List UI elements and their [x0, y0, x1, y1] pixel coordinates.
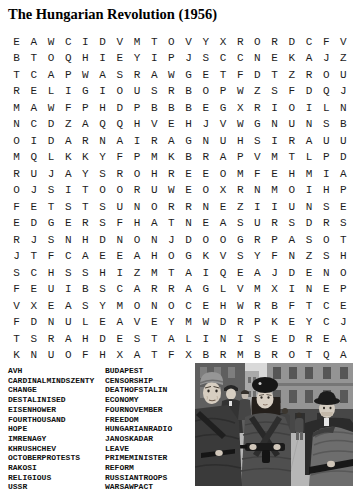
grid-cell[interactable]: O [197, 183, 214, 200]
grid-cell[interactable]: Q [25, 150, 42, 167]
grid-cell[interactable]: N [283, 249, 300, 266]
grid-cell[interactable]: Q [94, 117, 111, 134]
grid-cell[interactable]: C [25, 67, 42, 84]
grid-cell[interactable]: O [283, 100, 300, 117]
grid-cell[interactable]: T [283, 150, 300, 167]
grid-cell[interactable]: R [8, 166, 25, 183]
grid-cell[interactable]: C [25, 265, 42, 282]
grid-cell[interactable]: S [25, 331, 42, 348]
grid-cell[interactable]: T [77, 199, 94, 216]
grid-cell[interactable]: R [300, 331, 317, 348]
grid-cell[interactable]: R [128, 183, 145, 200]
grid-cell[interactable]: N [25, 348, 42, 365]
grid-cell[interactable]: N [266, 117, 283, 134]
grid-cell[interactable]: E [42, 298, 59, 315]
grid-cell[interactable]: A [25, 34, 42, 51]
grid-cell[interactable]: P [318, 150, 335, 167]
grid-cell[interactable]: T [25, 51, 42, 68]
grid-cell[interactable]: O [111, 183, 128, 200]
grid-cell[interactable]: X [111, 348, 128, 365]
grid-cell[interactable]: V [214, 117, 231, 134]
grid-cell[interactable]: E [94, 315, 111, 332]
grid-cell[interactable]: J [318, 51, 335, 68]
grid-cell[interactable]: T [42, 199, 59, 216]
grid-cell[interactable]: M [180, 315, 197, 332]
grid-cell[interactable]: O [146, 199, 163, 216]
grid-cell[interactable]: H [146, 249, 163, 266]
grid-cell[interactable]: E [232, 265, 249, 282]
grid-cell[interactable]: R [249, 100, 266, 117]
grid-cell[interactable]: A [163, 331, 180, 348]
grid-cell[interactable]: R [77, 216, 94, 233]
grid-cell[interactable]: E [111, 331, 128, 348]
grid-cell[interactable]: A [60, 166, 77, 183]
grid-cell[interactable]: P [266, 232, 283, 249]
grid-cell[interactable]: B [335, 117, 352, 134]
grid-cell[interactable]: O [214, 166, 231, 183]
grid-cell[interactable]: E [197, 100, 214, 117]
grid-cell[interactable]: G [77, 84, 94, 101]
grid-cell[interactable]: A [300, 133, 317, 150]
grid-cell[interactable]: G [42, 216, 59, 233]
grid-cell[interactable]: O [214, 232, 231, 249]
grid-cell[interactable]: K [163, 150, 180, 167]
grid-cell[interactable]: O [60, 348, 77, 365]
grid-cell[interactable]: O [128, 232, 145, 249]
grid-cell[interactable]: V [249, 150, 266, 167]
grid-cell[interactable]: W [232, 84, 249, 101]
grid-cell[interactable]: N [318, 265, 335, 282]
grid-cell[interactable]: L [180, 331, 197, 348]
grid-cell[interactable]: S [128, 331, 145, 348]
grid-cell[interactable]: A [25, 100, 42, 117]
grid-cell[interactable]: S [232, 216, 249, 233]
grid-cell[interactable]: U [25, 166, 42, 183]
grid-cell[interactable]: X [232, 100, 249, 117]
grid-cell[interactable]: N [146, 298, 163, 315]
grid-cell[interactable]: D [283, 265, 300, 282]
grid-cell[interactable]: W [197, 315, 214, 332]
grid-cell[interactable]: B [180, 150, 197, 167]
grid-cell[interactable]: U [335, 67, 352, 84]
grid-cell[interactable]: S [8, 265, 25, 282]
grid-cell[interactable]: A [146, 216, 163, 233]
grid-cell[interactable]: F [111, 150, 128, 167]
grid-cell[interactable]: R [128, 67, 145, 84]
grid-cell[interactable]: K [8, 348, 25, 365]
grid-cell[interactable]: Q [60, 51, 77, 68]
grid-cell[interactable]: P [232, 150, 249, 167]
grid-cell[interactable]: D [25, 315, 42, 332]
grid-cell[interactable]: C [214, 51, 231, 68]
grid-cell[interactable]: J [42, 166, 59, 183]
grid-cell[interactable]: E [266, 51, 283, 68]
grid-cell[interactable]: J [8, 249, 25, 266]
grid-cell[interactable]: N [128, 199, 145, 216]
grid-cell[interactable]: R [42, 331, 59, 348]
grid-cell[interactable]: I [266, 133, 283, 150]
grid-cell[interactable]: Z [60, 117, 77, 134]
grid-cell[interactable]: I [300, 100, 317, 117]
grid-cell[interactable]: E [266, 331, 283, 348]
grid-cell[interactable]: A [163, 133, 180, 150]
grid-cell[interactable]: R [8, 232, 25, 249]
grid-cell[interactable]: G [232, 232, 249, 249]
grid-cell[interactable]: Y [197, 34, 214, 51]
grid-cell[interactable]: U [249, 216, 266, 233]
grid-cell[interactable]: E [335, 199, 352, 216]
grid-cell[interactable]: D [94, 232, 111, 249]
grid-cell[interactable]: S [232, 249, 249, 266]
grid-cell[interactable]: Z [249, 84, 266, 101]
grid-cell[interactable]: W [77, 67, 94, 84]
grid-cell[interactable]: P [60, 67, 77, 84]
grid-cell[interactable]: T [25, 249, 42, 266]
grid-cell[interactable]: U [318, 133, 335, 150]
grid-cell[interactable]: F [283, 84, 300, 101]
grid-cell[interactable]: D [111, 100, 128, 117]
grid-cell[interactable]: E [197, 166, 214, 183]
grid-cell[interactable]: A [128, 348, 145, 365]
grid-cell[interactable]: O [283, 183, 300, 200]
grid-cell[interactable]: T [335, 232, 352, 249]
grid-cell[interactable]: T [266, 67, 283, 84]
grid-cell[interactable]: V [8, 298, 25, 315]
grid-cell[interactable]: U [335, 133, 352, 150]
grid-cell[interactable]: O [8, 183, 25, 200]
grid-cell[interactable]: O [335, 265, 352, 282]
grid-cell[interactable]: H [77, 232, 94, 249]
grid-cell[interactable]: T [77, 183, 94, 200]
grid-cell[interactable]: F [8, 199, 25, 216]
grid-cell[interactable]: B [8, 51, 25, 68]
grid-cell[interactable]: A [128, 249, 145, 266]
grid-cell[interactable]: A [128, 282, 145, 299]
grid-cell[interactable]: S [94, 166, 111, 183]
grid-cell[interactable]: J [163, 232, 180, 249]
grid-cell[interactable]: I [60, 282, 77, 299]
grid-cell[interactable]: I [77, 34, 94, 51]
grid-cell[interactable]: A [111, 133, 128, 150]
grid-cell[interactable]: J [197, 117, 214, 134]
grid-cell[interactable]: U [283, 117, 300, 134]
grid-cell[interactable]: D [25, 216, 42, 233]
grid-cell[interactable]: D [42, 133, 59, 150]
grid-cell[interactable]: O [318, 232, 335, 249]
grid-cell[interactable]: E [318, 282, 335, 299]
grid-cell[interactable]: M [8, 150, 25, 167]
grid-cell[interactable]: A [111, 315, 128, 332]
grid-cell[interactable]: D [42, 117, 59, 134]
grid-cell[interactable]: I [249, 199, 266, 216]
grid-cell[interactable]: V [214, 249, 231, 266]
grid-cell[interactable]: W [163, 67, 180, 84]
grid-cell[interactable]: K [77, 150, 94, 167]
grid-cell[interactable]: F [77, 348, 94, 365]
grid-cell[interactable]: S [146, 84, 163, 101]
grid-cell[interactable]: I [197, 265, 214, 282]
grid-cell[interactable]: R [318, 216, 335, 233]
grid-cell[interactable]: A [146, 67, 163, 84]
grid-cell[interactable]: U [60, 315, 77, 332]
grid-cell[interactable]: C [180, 298, 197, 315]
grid-cell[interactable]: E [266, 166, 283, 183]
grid-cell[interactable]: D [335, 150, 352, 167]
grid-cell[interactable]: T [214, 67, 231, 84]
grid-cell[interactable]: E [8, 34, 25, 51]
grid-cell[interactable]: S [318, 117, 335, 134]
grid-cell[interactable]: N [197, 133, 214, 150]
grid-cell[interactable]: W [232, 117, 249, 134]
grid-cell[interactable]: F [318, 34, 335, 51]
grid-cell[interactable]: C [232, 51, 249, 68]
grid-cell[interactable]: R [8, 84, 25, 101]
grid-cell[interactable]: N [335, 100, 352, 117]
grid-cell[interactable]: E [318, 331, 335, 348]
grid-cell[interactable]: K [283, 51, 300, 68]
grid-cell[interactable]: O [283, 348, 300, 365]
grid-cell[interactable]: D [283, 34, 300, 51]
grid-cell[interactable]: A [77, 249, 94, 266]
grid-cell[interactable]: U [214, 133, 231, 150]
grid-cell[interactable]: K [197, 249, 214, 266]
grid-cell[interactable]: B [146, 100, 163, 117]
grid-cell[interactable]: R [232, 34, 249, 51]
grid-cell[interactable]: I [300, 183, 317, 200]
grid-cell[interactable]: U [111, 199, 128, 216]
grid-cell[interactable]: S [77, 298, 94, 315]
grid-cell[interactable]: F [42, 249, 59, 266]
grid-cell[interactable]: R [266, 34, 283, 51]
grid-cell[interactable]: E [163, 117, 180, 134]
grid-cell[interactable]: I [94, 84, 111, 101]
grid-cell[interactable]: U [146, 183, 163, 200]
grid-cell[interactable]: E [283, 315, 300, 332]
grid-cell[interactable]: Y [94, 150, 111, 167]
grid-cell[interactable]: Z [232, 199, 249, 216]
grid-cell[interactable]: D [94, 331, 111, 348]
grid-cell[interactable]: G [249, 117, 266, 134]
grid-cell[interactable]: N [8, 117, 25, 134]
grid-cell[interactable]: E [111, 51, 128, 68]
grid-cell[interactable]: Q [318, 348, 335, 365]
grid-cell[interactable]: N [249, 183, 266, 200]
grid-cell[interactable]: I [266, 199, 283, 216]
grid-cell[interactable]: S [60, 199, 77, 216]
grid-cell[interactable]: T [146, 34, 163, 51]
grid-cell[interactable]: R [146, 282, 163, 299]
grid-cell[interactable]: F [163, 348, 180, 365]
grid-cell[interactable]: B [77, 282, 94, 299]
grid-cell[interactable]: A [60, 298, 77, 315]
grid-cell[interactable]: C [300, 34, 317, 51]
grid-cell[interactable]: S [42, 183, 59, 200]
grid-cell[interactable]: C [25, 117, 42, 134]
grid-cell[interactable]: U [42, 348, 59, 365]
grid-cell[interactable]: P [163, 51, 180, 68]
grid-cell[interactable]: A [249, 265, 266, 282]
grid-cell[interactable]: A [60, 133, 77, 150]
grid-cell[interactable]: E [60, 216, 77, 233]
grid-cell[interactable]: S [266, 84, 283, 101]
grid-cell[interactable]: I [94, 51, 111, 68]
grid-cell[interactable]: I [283, 282, 300, 299]
grid-cell[interactable]: N [94, 133, 111, 150]
grid-cell[interactable]: L [77, 315, 94, 332]
grid-cell[interactable]: N [42, 315, 59, 332]
grid-cell[interactable]: H [318, 183, 335, 200]
grid-cell[interactable]: M [232, 348, 249, 365]
grid-cell[interactable]: F [8, 282, 25, 299]
grid-cell[interactable]: S [300, 232, 317, 249]
grid-cell[interactable]: R [163, 199, 180, 216]
grid-cell[interactable]: N [60, 232, 77, 249]
grid-cell[interactable]: E [25, 199, 42, 216]
grid-cell[interactable]: R [146, 133, 163, 150]
grid-cell[interactable]: S [335, 216, 352, 233]
grid-cell[interactable]: Z [283, 67, 300, 84]
grid-cell[interactable]: P [214, 84, 231, 101]
grid-cell[interactable]: R [300, 67, 317, 84]
grid-cell[interactable]: V [180, 34, 197, 51]
grid-cell[interactable]: Y [249, 249, 266, 266]
grid-cell[interactable]: D [214, 315, 231, 332]
grid-cell[interactable]: A [335, 348, 352, 365]
grid-cell[interactable]: M [232, 166, 249, 183]
grid-cell[interactable]: E [214, 199, 231, 216]
grid-cell[interactable]: O [94, 183, 111, 200]
grid-cell[interactable]: S [283, 216, 300, 233]
grid-cell[interactable]: I [318, 166, 335, 183]
grid-cell[interactable]: E [25, 282, 42, 299]
grid-cell[interactable]: B [249, 348, 266, 365]
grid-cell[interactable]: F [60, 100, 77, 117]
grid-cell[interactable]: H [42, 265, 59, 282]
grid-cell[interactable]: O [197, 232, 214, 249]
grid-cell[interactable]: H [128, 117, 145, 134]
grid-cell[interactable]: T [146, 348, 163, 365]
grid-cell[interactable]: D [94, 34, 111, 51]
grid-cell[interactable]: A [60, 331, 77, 348]
grid-cell[interactable]: O [197, 84, 214, 101]
grid-cell[interactable]: S [318, 249, 335, 266]
grid-cell[interactable]: T [8, 331, 25, 348]
grid-cell[interactable]: I [111, 265, 128, 282]
grid-cell[interactable]: H [94, 100, 111, 117]
grid-cell[interactable]: F [249, 166, 266, 183]
grid-cell[interactable]: X [266, 282, 283, 299]
grid-cell[interactable]: L [214, 282, 231, 299]
grid-cell[interactable]: Q [111, 117, 128, 134]
grid-cell[interactable]: N [300, 117, 317, 134]
grid-cell[interactable]: E [94, 249, 111, 266]
grid-cell[interactable]: I [146, 51, 163, 68]
grid-cell[interactable]: F [232, 67, 249, 84]
grid-cell[interactable]: E [300, 265, 317, 282]
grid-cell[interactable]: M [8, 100, 25, 117]
grid-cell[interactable]: O [128, 166, 145, 183]
grid-cell[interactable]: Q [318, 84, 335, 101]
grid-cell[interactable]: N [180, 216, 197, 233]
grid-cell[interactable]: R [249, 298, 266, 315]
grid-cell[interactable]: I [197, 331, 214, 348]
grid-cell[interactable]: B [180, 84, 197, 101]
grid-cell[interactable]: O [42, 51, 59, 68]
grid-cell[interactable]: W [42, 34, 59, 51]
grid-cell[interactable]: E [197, 298, 214, 315]
grid-cell[interactable]: S [197, 51, 214, 68]
grid-cell[interactable]: W [42, 100, 59, 117]
grid-cell[interactable]: Z [128, 265, 145, 282]
grid-cell[interactable]: H [283, 166, 300, 183]
grid-cell[interactable]: Y [128, 51, 145, 68]
grid-cell[interactable]: S [94, 199, 111, 216]
grid-cell[interactable]: J [180, 51, 197, 68]
grid-cell[interactable]: R [111, 166, 128, 183]
grid-cell[interactable]: U [42, 282, 59, 299]
grid-cell[interactable]: W [163, 183, 180, 200]
grid-cell[interactable]: R [232, 183, 249, 200]
grid-cell[interactable]: H [77, 331, 94, 348]
grid-cell[interactable]: L [42, 150, 59, 167]
grid-cell[interactable]: V [128, 315, 145, 332]
grid-cell[interactable]: L [318, 100, 335, 117]
grid-cell[interactable]: O [163, 298, 180, 315]
grid-cell[interactable]: O [128, 298, 145, 315]
grid-cell[interactable]: I [25, 133, 42, 150]
grid-cell[interactable]: N [111, 232, 128, 249]
grid-cell[interactable]: M [111, 298, 128, 315]
grid-cell[interactable]: N [249, 51, 266, 68]
grid-cell[interactable]: Q [214, 265, 231, 282]
grid-cell[interactable]: H [180, 117, 197, 134]
grid-cell[interactable]: S [60, 265, 77, 282]
grid-cell[interactable]: F [111, 216, 128, 233]
grid-cell[interactable]: D [283, 331, 300, 348]
grid-cell[interactable]: T [300, 298, 317, 315]
grid-cell[interactable]: B [163, 100, 180, 117]
grid-cell[interactable]: O [318, 67, 335, 84]
grid-cell[interactable]: E [197, 216, 214, 233]
grid-cell[interactable]: R [266, 348, 283, 365]
grid-cell[interactable]: M [300, 166, 317, 183]
grid-cell[interactable]: R [283, 133, 300, 150]
grid-cell[interactable]: Y [77, 166, 94, 183]
grid-cell[interactable]: J [25, 232, 42, 249]
grid-cell[interactable]: H [335, 249, 352, 266]
grid-cell[interactable]: A [94, 67, 111, 84]
grid-cell[interactable]: H [94, 348, 111, 365]
grid-cell[interactable]: Y [163, 315, 180, 332]
grid-cell[interactable]: U [283, 199, 300, 216]
grid-cell[interactable]: D [300, 84, 317, 101]
grid-cell[interactable]: E [180, 183, 197, 200]
grid-cell[interactable]: H [128, 216, 145, 233]
grid-cell[interactable]: N [300, 282, 317, 299]
grid-cell[interactable]: Z [300, 249, 317, 266]
grid-cell[interactable]: V [146, 117, 163, 134]
grid-cell[interactable]: I [232, 331, 249, 348]
grid-cell[interactable]: C [60, 249, 77, 266]
grid-cell[interactable]: A [300, 51, 317, 68]
grid-cell[interactable]: H [77, 51, 94, 68]
grid-cell[interactable]: P [128, 100, 145, 117]
grid-cell[interactable]: P [335, 183, 352, 200]
grid-cell[interactable]: R [249, 232, 266, 249]
grid-cell[interactable]: Z [335, 51, 352, 68]
grid-cell[interactable]: D [300, 216, 317, 233]
grid-cell[interactable]: L [300, 150, 317, 167]
